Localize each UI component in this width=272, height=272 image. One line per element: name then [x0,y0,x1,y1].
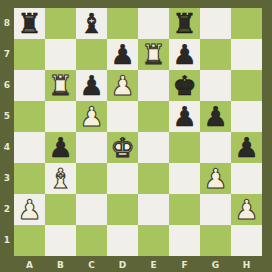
square-d3[interactable] [107,163,138,194]
file-label-c: C [76,256,107,272]
square-c3[interactable] [76,163,107,194]
square-f4[interactable] [169,132,200,163]
chess-board: ♜♝♜♟♜♟♜♟♟♚♟♟♟♟♚♟♝♟♟♟ [14,8,262,256]
square-g3[interactable]: ♟ [200,163,231,194]
square-a1[interactable] [14,225,45,256]
chess-board-frame: 87654321 ♜♝♜♟♜♟♜♟♟♚♟♟♟♟♚♟♝♟♟♟ ABCDEFGH [0,0,272,272]
black-bishop[interactable]: ♝ [79,8,103,39]
square-a7[interactable] [14,39,45,70]
rank-label-1: 1 [0,225,14,256]
square-d1[interactable] [107,225,138,256]
square-f3[interactable] [169,163,200,194]
white-pawn[interactable]: ♟ [234,194,258,225]
square-a5[interactable] [14,101,45,132]
file-label-h: H [231,256,262,272]
file-labels: ABCDEFGH [14,256,262,272]
square-b1[interactable] [45,225,76,256]
square-e3[interactable] [138,163,169,194]
square-a6[interactable] [14,70,45,101]
square-e5[interactable] [138,101,169,132]
square-f1[interactable] [169,225,200,256]
square-e8[interactable] [138,8,169,39]
white-king[interactable]: ♚ [110,132,134,163]
rank-label-6: 6 [0,70,14,101]
square-h7[interactable] [231,39,262,70]
square-h3[interactable] [231,163,262,194]
square-h1[interactable] [231,225,262,256]
black-pawn[interactable]: ♟ [172,101,196,132]
black-pawn[interactable]: ♟ [234,132,258,163]
square-d4[interactable]: ♚ [107,132,138,163]
square-g1[interactable] [200,225,231,256]
file-label-e: E [138,256,169,272]
square-d7[interactable]: ♟ [107,39,138,70]
square-c8[interactable]: ♝ [76,8,107,39]
file-label-a: A [14,256,45,272]
square-c4[interactable] [76,132,107,163]
square-h6[interactable] [231,70,262,101]
file-label-g: G [200,256,231,272]
square-g2[interactable] [200,194,231,225]
white-pawn[interactable]: ♟ [203,163,227,194]
white-pawn[interactable]: ♟ [79,101,103,132]
file-label-f: F [169,256,200,272]
square-g5[interactable]: ♟ [200,101,231,132]
square-e7[interactable]: ♜ [138,39,169,70]
square-f7[interactable]: ♟ [169,39,200,70]
black-pawn[interactable]: ♟ [110,39,134,70]
square-a2[interactable]: ♟ [14,194,45,225]
square-c7[interactable] [76,39,107,70]
square-h4[interactable]: ♟ [231,132,262,163]
square-h5[interactable] [231,101,262,132]
rank-label-7: 7 [0,39,14,70]
white-bishop[interactable]: ♝ [48,163,72,194]
black-king[interactable]: ♚ [172,70,196,101]
square-b2[interactable] [45,194,76,225]
square-f8[interactable]: ♜ [169,8,200,39]
rank-label-3: 3 [0,163,14,194]
file-label-d: D [107,256,138,272]
square-c1[interactable] [76,225,107,256]
square-b4[interactable]: ♟ [45,132,76,163]
black-rook[interactable]: ♜ [172,8,196,39]
white-rook[interactable]: ♜ [48,70,72,101]
black-pawn[interactable]: ♟ [48,132,72,163]
square-e1[interactable] [138,225,169,256]
square-f2[interactable] [169,194,200,225]
black-pawn[interactable]: ♟ [203,101,227,132]
rank-label-5: 5 [0,101,14,132]
square-e2[interactable] [138,194,169,225]
rank-labels: 87654321 [0,8,14,256]
square-d5[interactable] [107,101,138,132]
square-g8[interactable] [200,8,231,39]
square-e6[interactable] [138,70,169,101]
white-pawn[interactable]: ♟ [110,70,134,101]
white-rook[interactable]: ♜ [141,39,165,70]
square-g6[interactable] [200,70,231,101]
square-h8[interactable] [231,8,262,39]
square-c5[interactable]: ♟ [76,101,107,132]
black-pawn[interactable]: ♟ [172,39,196,70]
square-a3[interactable] [14,163,45,194]
white-pawn[interactable]: ♟ [17,194,41,225]
square-c6[interactable]: ♟ [76,70,107,101]
square-g4[interactable] [200,132,231,163]
square-d6[interactable]: ♟ [107,70,138,101]
square-b5[interactable] [45,101,76,132]
square-e4[interactable] [138,132,169,163]
square-d8[interactable] [107,8,138,39]
square-c2[interactable] [76,194,107,225]
black-pawn[interactable]: ♟ [79,70,103,101]
rank-label-2: 2 [0,194,14,225]
square-b6[interactable]: ♜ [45,70,76,101]
square-f6[interactable]: ♚ [169,70,200,101]
square-b7[interactable] [45,39,76,70]
square-b3[interactable]: ♝ [45,163,76,194]
square-f5[interactable]: ♟ [169,101,200,132]
square-g7[interactable] [200,39,231,70]
square-a8[interactable]: ♜ [14,8,45,39]
square-a4[interactable] [14,132,45,163]
black-rook[interactable]: ♜ [17,8,41,39]
square-b8[interactable] [45,8,76,39]
square-h2[interactable]: ♟ [231,194,262,225]
square-d2[interactable] [107,194,138,225]
rank-label-4: 4 [0,132,14,163]
rank-label-8: 8 [0,8,14,39]
file-label-b: B [45,256,76,272]
